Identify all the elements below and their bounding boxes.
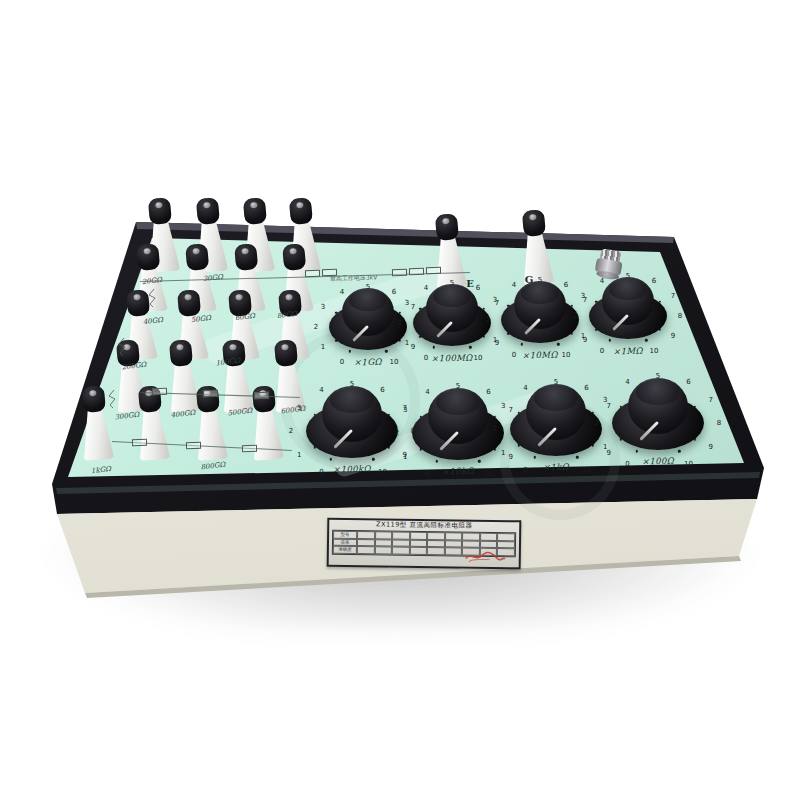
knob-scale-number: 9	[671, 332, 675, 340]
knob-scale-tick	[678, 450, 680, 452]
knob-scale-number: 4	[425, 388, 429, 396]
knob-scale-number: 10	[650, 347, 659, 355]
resistor-symbol	[426, 267, 441, 274]
knob-scale-number: 6	[686, 378, 690, 386]
terminal-e-label: E	[466, 278, 474, 289]
knob-scale-number: 3	[321, 303, 325, 311]
knob-scale-tick	[645, 339, 647, 341]
terminal-g-label: G	[525, 274, 534, 285]
knob-scale-number: 7	[671, 292, 675, 300]
knob-scale-number: 3	[297, 404, 301, 412]
knob-dometop	[349, 290, 386, 311]
knob-dometop	[609, 279, 646, 300]
post-ceramic-base	[250, 409, 284, 461]
knob-multiplier-label: ×100kΩ	[333, 464, 371, 475]
knob-scale-tick	[435, 460, 437, 462]
post-black-cap[interactable]	[522, 209, 546, 237]
knob-scale-number: 3	[581, 292, 585, 300]
knob-dometop	[521, 283, 558, 304]
knob-scale-number: 10	[484, 470, 493, 478]
knob-multiplier-label: ×10kΩ	[442, 466, 474, 477]
knob-scale-number: 0	[319, 468, 323, 476]
post-black-cap[interactable]	[185, 243, 209, 271]
post-black-cap[interactable]	[435, 213, 459, 241]
post-black-cap[interactable]	[282, 243, 306, 271]
knob-scale-number: 1	[493, 336, 497, 344]
knob-scale-number: 0	[625, 460, 629, 468]
knob-scale-number: 1	[581, 332, 585, 340]
knob-scale-number: 6	[392, 288, 396, 296]
knob-scale-number: 0	[425, 470, 429, 478]
knob-scale-number: 7	[709, 396, 713, 404]
nameplate-cell	[409, 547, 427, 555]
post-black-cap[interactable]	[136, 243, 160, 271]
knob-scale-number: 1	[501, 449, 505, 457]
multiplier-knob[interactable]	[612, 396, 704, 450]
knob-scale-number: 10	[474, 354, 483, 362]
knob-multiplier-label: ×100MΩ	[431, 352, 473, 363]
knob-scale-number: 10	[684, 460, 693, 468]
knob-scale-number: 2	[486, 316, 490, 324]
knob-scale-number: 3	[403, 406, 407, 414]
multiplier-knob[interactable]	[501, 297, 579, 343]
knob-scale-number: 3	[405, 299, 409, 307]
knob-dometop	[330, 388, 374, 413]
resistor-symbol	[409, 268, 424, 275]
knob-multiplier-label: ×1MΩ	[613, 346, 643, 357]
post-black-cap[interactable]	[234, 243, 258, 271]
knob-scale-number: 8	[717, 419, 721, 427]
knob-scale-tick	[635, 450, 637, 452]
knob-scale-number: 1	[321, 343, 325, 351]
metal-cap-terminal[interactable]	[594, 248, 627, 282]
post-black-cap[interactable]	[177, 289, 201, 317]
resistor-symbol	[203, 390, 218, 397]
knob-scale-tick	[478, 460, 480, 462]
knob-scale-number: 3	[603, 396, 607, 404]
knob-scale-number: 3	[501, 402, 505, 410]
knob-scale-number: 1	[403, 453, 407, 461]
resistor-symbol	[392, 269, 407, 276]
terminal-value-label: 400GΩ	[170, 409, 196, 420]
knob-dometop	[534, 386, 578, 411]
resistor-symbol	[242, 445, 257, 452]
terminal-value-label: 500GΩ	[227, 407, 253, 418]
post-black-cap[interactable]	[82, 385, 106, 413]
knob-scale-number: 10	[582, 466, 591, 474]
knob-scale-number: 4	[424, 284, 428, 292]
nameplate-cell	[374, 547, 392, 555]
terminal-value-label: 800GΩ	[200, 461, 226, 472]
nameplate-cell	[392, 547, 410, 555]
knob-scale-number: 2	[398, 319, 402, 327]
multiplier-knob[interactable]	[589, 293, 667, 339]
knob-scale-number: 6	[564, 281, 568, 289]
binding-post-e[interactable]	[431, 213, 467, 289]
max-voltage-note: 最高工作电压3kV	[330, 273, 378, 283]
post-black-cap[interactable]	[196, 197, 220, 225]
knob-multiplier-label: ×10MΩ	[522, 350, 558, 361]
knob-scale-number: 2	[395, 429, 399, 437]
knob-dometop	[436, 390, 480, 415]
nameplate: ZX119型 直流高阻标准电阻器 型号倍率准确度	[327, 518, 522, 570]
knob-scale-number: 10	[378, 468, 387, 476]
knob-scale-number: 0	[512, 351, 516, 359]
terminal-value-label: 50GΩ	[190, 314, 211, 324]
knob-scale-tick	[521, 343, 523, 345]
knob-scale-number: 2	[595, 419, 599, 427]
knob-scale-tick	[469, 346, 471, 348]
product-photo-stage: 20GΩ30GΩ40GΩ50GΩ60GΩ80GΩ200GΩ100GΩ300GΩ4…	[0, 0, 800, 800]
knob-scale-number: 0	[340, 358, 344, 366]
terminal-value-label: 1kGΩ	[91, 465, 112, 475]
knob-scale-tick	[433, 346, 435, 348]
resistor-symbol	[186, 442, 201, 449]
knob-scale-number: 4	[523, 384, 527, 392]
multiplier-knob[interactable]	[329, 304, 407, 350]
knob-scale-number: 4	[512, 281, 516, 289]
knob-multiplier-label: ×100Ω	[642, 456, 675, 467]
knob-scale-number: 10	[562, 351, 571, 359]
resistor-symbol	[152, 388, 167, 395]
knob-scale-tick	[557, 343, 559, 345]
zigzag-symbol	[106, 390, 118, 408]
knob-multiplier-label: ×1GΩ	[354, 357, 382, 368]
terminal-value-label: 40GΩ	[142, 316, 163, 326]
knob-scale-number: 1	[405, 339, 409, 347]
multiplier-knob[interactable]	[306, 404, 398, 458]
knob-scale-number: 0	[523, 466, 527, 474]
post-black-cap[interactable]	[289, 197, 313, 225]
knob-scale-number: 4	[319, 386, 323, 394]
binding-post-g[interactable]	[518, 209, 554, 285]
knob-scale-number: 6	[584, 384, 588, 392]
post-ceramic-base	[194, 409, 228, 461]
knob-scale-number: 2	[289, 427, 293, 435]
knob-scale-number: 6	[380, 386, 384, 394]
knob-scale-number: 0	[424, 354, 428, 362]
knob-scale-number: 4	[340, 288, 344, 296]
post-ceramic-base	[80, 409, 114, 461]
knob-scale-number: 1	[603, 443, 607, 451]
knob-scale-number: 2	[574, 312, 578, 320]
knob-scale-number: 8	[678, 312, 682, 320]
red-stamp	[463, 550, 507, 565]
knob-scale-number: 2	[493, 425, 497, 433]
resistor-symbol	[132, 439, 147, 446]
knob-scale-number: 6	[652, 277, 656, 285]
nameplate-cell	[357, 546, 375, 554]
post-black-cap[interactable]	[148, 197, 172, 225]
knob-scale-number: 4	[625, 378, 629, 386]
zigzag-symbol	[116, 338, 128, 356]
knob-scale-number: 1	[297, 451, 301, 459]
post-black-cap[interactable]	[243, 197, 267, 225]
multiplier-knob[interactable]	[412, 406, 504, 460]
multiplier-knob[interactable]	[510, 402, 602, 456]
resistor-symbol	[254, 392, 269, 399]
knob-scale-number: 3	[493, 296, 497, 304]
knob-dometop	[433, 286, 470, 307]
resistor-symbol	[305, 270, 320, 277]
knob-scale-number: 9	[709, 443, 713, 451]
nameplate-row-label: 准确度	[333, 546, 357, 554]
knob-scale-tick	[609, 339, 611, 341]
post-black-cap[interactable]	[274, 339, 298, 367]
nameplate-cell	[427, 547, 445, 555]
post-ceramic-base	[136, 409, 170, 461]
knob-scale-number: 10	[390, 358, 399, 366]
multiplier-knob[interactable]	[413, 300, 491, 346]
knob-scale-number: 6	[486, 388, 490, 396]
binding-post[interactable]	[134, 385, 170, 461]
knob-scale-number: 2	[314, 323, 318, 331]
knob-dometop	[636, 380, 680, 405]
knob-scale-number: 6	[476, 284, 480, 292]
nameplate-cell	[445, 548, 463, 556]
knob-multiplier-label: ×1kΩ	[543, 462, 570, 473]
post-black-cap[interactable]	[169, 339, 193, 367]
knob-scale-number: 0	[600, 347, 604, 355]
zigzag-symbol	[146, 289, 158, 307]
